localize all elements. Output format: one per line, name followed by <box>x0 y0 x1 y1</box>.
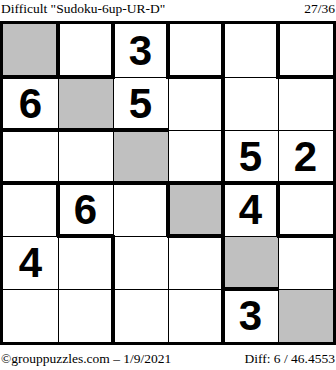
cell-r2c1[interactable]: 6 <box>3 77 58 130</box>
puzzle-page: Difficult "Sudoku-6up-UR-D" 27/36 365526… <box>0 0 336 370</box>
cell-r3c1[interactable] <box>3 130 58 183</box>
difficulty-text: Diff: 6 / 46.4553 <box>245 351 336 367</box>
cell-r4c3[interactable] <box>113 183 168 236</box>
cell-r2c5[interactable] <box>223 77 278 130</box>
cell-r3c4[interactable] <box>168 130 223 183</box>
cell-r4c1[interactable] <box>3 183 58 236</box>
sudoku-board: 365526443 <box>0 21 336 345</box>
page-footer: ©grouppuzzles.com – 1/9/2021 Diff: 6 / 4… <box>0 349 336 370</box>
cell-r1c5[interactable] <box>223 24 278 77</box>
cell-r3c2[interactable] <box>58 130 113 183</box>
cell-r5c3[interactable] <box>113 236 168 289</box>
cell-r3c3[interactable] <box>113 130 168 183</box>
cell-r6c1[interactable] <box>3 289 58 342</box>
cell-r2c3[interactable]: 5 <box>113 77 168 130</box>
cell-r1c3[interactable]: 3 <box>113 24 168 77</box>
puzzle-title: Difficult "Sudoku-6up-UR-D" <box>1 1 165 17</box>
cell-r1c4[interactable] <box>168 24 223 77</box>
cell-r5c1[interactable]: 4 <box>3 236 58 289</box>
cell-r3c6[interactable]: 2 <box>278 130 333 183</box>
copyright-text: ©grouppuzzles.com – 1/9/2021 <box>1 351 171 367</box>
cell-r2c6[interactable] <box>278 77 333 130</box>
cell-r5c5[interactable] <box>223 236 278 289</box>
cell-r1c2[interactable] <box>58 24 113 77</box>
cell-r4c5[interactable]: 4 <box>223 183 278 236</box>
cell-r5c6[interactable] <box>278 236 333 289</box>
cell-r6c3[interactable] <box>113 289 168 342</box>
page-header: Difficult "Sudoku-6up-UR-D" 27/36 <box>0 0 336 20</box>
cell-r2c2[interactable] <box>58 77 113 130</box>
cell-r1c1[interactable] <box>3 24 58 77</box>
empty-cell-counter: 27/36 <box>304 1 335 17</box>
cell-r3c5[interactable]: 5 <box>223 130 278 183</box>
cell-r1c6[interactable] <box>278 24 333 77</box>
cell-r2c4[interactable] <box>168 77 223 130</box>
cell-r6c4[interactable] <box>168 289 223 342</box>
cell-r6c2[interactable] <box>58 289 113 342</box>
cell-r6c5[interactable]: 3 <box>223 289 278 342</box>
cell-r5c4[interactable] <box>168 236 223 289</box>
cell-r4c4[interactable] <box>168 183 223 236</box>
sudoku-cells: 365526443 <box>3 24 333 342</box>
cell-r4c2[interactable]: 6 <box>58 183 113 236</box>
cell-r6c6[interactable] <box>278 289 333 342</box>
cell-r4c6[interactable] <box>278 183 333 236</box>
cell-r5c2[interactable] <box>58 236 113 289</box>
